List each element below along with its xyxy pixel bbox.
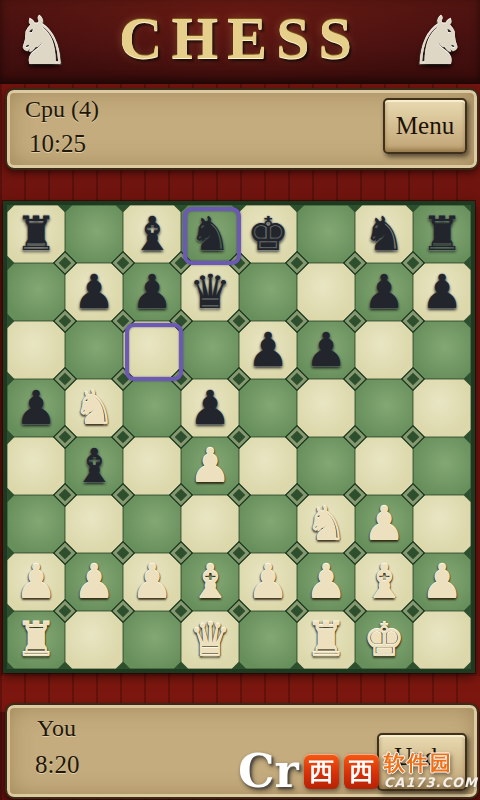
square-h1[interactable] bbox=[413, 611, 471, 669]
piece-white-bishop: ♝ bbox=[363, 553, 405, 611]
piece-black-king: ♚ bbox=[247, 205, 289, 263]
square-c4[interactable] bbox=[123, 437, 181, 495]
piece-black-rook: ♜ bbox=[421, 205, 463, 263]
square-g5[interactable] bbox=[355, 379, 413, 437]
piece-black-knight: ♞ bbox=[363, 205, 405, 263]
square-d6[interactable] bbox=[181, 321, 239, 379]
square-b5[interactable]: ♞ bbox=[65, 379, 123, 437]
square-h8[interactable]: ♜ bbox=[413, 205, 471, 263]
piece-black-pawn: ♟ bbox=[15, 379, 57, 437]
square-f7[interactable] bbox=[297, 263, 355, 321]
square-f6[interactable]: ♟ bbox=[297, 321, 355, 379]
square-d2[interactable]: ♝ bbox=[181, 553, 239, 611]
piece-black-rook: ♜ bbox=[15, 205, 57, 263]
piece-white-pawn: ♟ bbox=[421, 553, 463, 611]
square-d7[interactable]: ♛ bbox=[181, 263, 239, 321]
square-f2[interactable]: ♟ bbox=[297, 553, 355, 611]
square-h4[interactable] bbox=[413, 437, 471, 495]
cpu-player-panel: Cpu (4) 10:25 Menu bbox=[5, 88, 479, 170]
square-b3[interactable] bbox=[65, 495, 123, 553]
chess-app-screen: { "app": { "title": "CHESS", "knight_ico… bbox=[0, 0, 480, 800]
watermark-site-url: CA173.COM bbox=[384, 776, 478, 789]
square-b7[interactable]: ♟ bbox=[65, 263, 123, 321]
cpu-player-name: Cpu (4) bbox=[25, 96, 99, 123]
square-a3[interactable] bbox=[7, 495, 65, 553]
watermark-site-name: 软件园 bbox=[384, 753, 478, 774]
piece-white-bishop: ♝ bbox=[189, 553, 231, 611]
knight-icon: ♞ bbox=[409, 4, 468, 80]
piece-white-pawn: ♟ bbox=[247, 553, 289, 611]
square-b8[interactable] bbox=[65, 205, 123, 263]
square-a2[interactable]: ♟ bbox=[7, 553, 65, 611]
piece-black-pawn: ♟ bbox=[247, 321, 289, 379]
piece-white-rook: ♜ bbox=[305, 611, 347, 669]
square-a1[interactable]: ♜ bbox=[7, 611, 65, 669]
square-a8[interactable]: ♜ bbox=[7, 205, 65, 263]
piece-black-pawn: ♟ bbox=[73, 263, 115, 321]
piece-white-pawn: ♟ bbox=[363, 495, 405, 553]
watermark-logo: Cr bbox=[238, 748, 299, 794]
square-b4[interactable]: ♝ bbox=[65, 437, 123, 495]
piece-white-knight: ♞ bbox=[305, 495, 347, 553]
piece-white-pawn: ♟ bbox=[131, 553, 173, 611]
square-c6[interactable] bbox=[123, 321, 181, 379]
menu-button[interactable]: Menu bbox=[383, 98, 467, 154]
piece-white-pawn: ♟ bbox=[305, 553, 347, 611]
watermark-block: 西 bbox=[304, 754, 339, 789]
square-g6[interactable] bbox=[355, 321, 413, 379]
square-a7[interactable] bbox=[7, 263, 65, 321]
square-d8[interactable]: ♞ bbox=[181, 205, 239, 263]
piece-white-king: ♚ bbox=[363, 611, 405, 669]
piece-white-pawn: ♟ bbox=[15, 553, 57, 611]
square-f1[interactable]: ♜ bbox=[297, 611, 355, 669]
square-g7[interactable]: ♟ bbox=[355, 263, 413, 321]
piece-black-pawn: ♟ bbox=[305, 321, 347, 379]
square-d4[interactable]: ♟ bbox=[181, 437, 239, 495]
piece-white-pawn: ♟ bbox=[189, 437, 231, 495]
square-f3[interactable]: ♞ bbox=[297, 495, 355, 553]
square-e4[interactable] bbox=[239, 437, 297, 495]
square-g8[interactable]: ♞ bbox=[355, 205, 413, 263]
square-e6[interactable]: ♟ bbox=[239, 321, 297, 379]
square-c1[interactable] bbox=[123, 611, 181, 669]
piece-black-pawn: ♟ bbox=[421, 263, 463, 321]
square-d1[interactable]: ♛ bbox=[181, 611, 239, 669]
square-h6[interactable] bbox=[413, 321, 471, 379]
square-e7[interactable] bbox=[239, 263, 297, 321]
square-g2[interactable]: ♝ bbox=[355, 553, 413, 611]
square-b1[interactable] bbox=[65, 611, 123, 669]
square-g3[interactable]: ♟ bbox=[355, 495, 413, 553]
square-b2[interactable]: ♟ bbox=[65, 553, 123, 611]
square-c8[interactable]: ♝ bbox=[123, 205, 181, 263]
piece-black-pawn: ♟ bbox=[363, 263, 405, 321]
square-h5[interactable] bbox=[413, 379, 471, 437]
piece-white-queen: ♛ bbox=[189, 611, 231, 669]
piece-white-knight: ♞ bbox=[73, 379, 115, 437]
square-c3[interactable] bbox=[123, 495, 181, 553]
square-h3[interactable] bbox=[413, 495, 471, 553]
square-f4[interactable] bbox=[297, 437, 355, 495]
square-g1[interactable]: ♚ bbox=[355, 611, 413, 669]
app-header: ♞ CHESS ♞ bbox=[0, 0, 480, 84]
cpu-player-clock: 10:25 bbox=[29, 130, 86, 158]
piece-white-pawn: ♟ bbox=[73, 553, 115, 611]
square-h7[interactable]: ♟ bbox=[413, 263, 471, 321]
square-h2[interactable]: ♟ bbox=[413, 553, 471, 611]
piece-black-bishop: ♝ bbox=[73, 437, 115, 495]
watermark-block: 西 bbox=[344, 754, 379, 789]
square-c7[interactable]: ♟ bbox=[123, 263, 181, 321]
piece-black-bishop: ♝ bbox=[131, 205, 173, 263]
square-a6[interactable] bbox=[7, 321, 65, 379]
human-player-clock: 8:20 bbox=[35, 751, 79, 779]
square-e8[interactable]: ♚ bbox=[239, 205, 297, 263]
piece-black-pawn: ♟ bbox=[131, 263, 173, 321]
square-b6[interactable] bbox=[65, 321, 123, 379]
square-g4[interactable] bbox=[355, 437, 413, 495]
square-e5[interactable] bbox=[239, 379, 297, 437]
square-d3[interactable] bbox=[181, 495, 239, 553]
square-d5[interactable]: ♟ bbox=[181, 379, 239, 437]
square-e3[interactable] bbox=[239, 495, 297, 553]
human-player-name: You bbox=[37, 715, 76, 742]
board-grid: ♜♝♞♚♞♜♟♟♛♟♟♟♟♟♞♟♝♟♞♟♟♟♟♝♟♟♝♟♜♛♜♚ bbox=[7, 205, 471, 669]
square-c5[interactable] bbox=[123, 379, 181, 437]
square-f5[interactable] bbox=[297, 379, 355, 437]
chess-board: ♜♝♞♚♞♜♟♟♛♟♟♟♟♟♞♟♝♟♞♟♟♟♟♝♟♟♝♟♜♛♜♚ bbox=[3, 201, 475, 673]
square-e2[interactable]: ♟ bbox=[239, 553, 297, 611]
piece-black-queen: ♛ bbox=[189, 263, 231, 321]
piece-black-knight: ♞ bbox=[189, 205, 231, 263]
watermark: Cr 西 西 软件园 CA173.COM bbox=[238, 748, 478, 794]
piece-white-rook: ♜ bbox=[15, 611, 57, 669]
app-title: CHESS bbox=[0, 4, 480, 73]
square-a4[interactable] bbox=[7, 437, 65, 495]
square-c2[interactable]: ♟ bbox=[123, 553, 181, 611]
piece-black-pawn: ♟ bbox=[189, 379, 231, 437]
square-a5[interactable]: ♟ bbox=[7, 379, 65, 437]
square-f8[interactable] bbox=[297, 205, 355, 263]
square-e1[interactable] bbox=[239, 611, 297, 669]
